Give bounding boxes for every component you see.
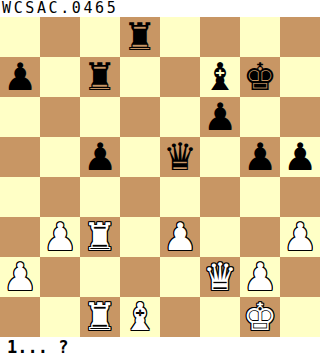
- white-bishop-d1: ♝: [123, 297, 157, 337]
- square-a4[interactable]: [0, 177, 40, 217]
- square-d8[interactable]: ♜: [120, 17, 160, 57]
- square-h4[interactable]: [280, 177, 320, 217]
- square-a1[interactable]: [0, 297, 40, 337]
- puzzle-id: WCSAC.0465: [0, 0, 320, 17]
- black-king-g7: ♚: [243, 57, 277, 97]
- square-c7[interactable]: ♜: [80, 57, 120, 97]
- black-pawn-c5: ♟: [83, 137, 117, 177]
- square-a2[interactable]: ♟: [0, 257, 40, 297]
- square-e7[interactable]: [160, 57, 200, 97]
- square-a5[interactable]: [0, 137, 40, 177]
- square-c6[interactable]: [80, 97, 120, 137]
- square-g2[interactable]: ♟: [240, 257, 280, 297]
- square-f8[interactable]: [200, 17, 240, 57]
- square-f7[interactable]: ♝: [200, 57, 240, 97]
- square-g1[interactable]: ♚: [240, 297, 280, 337]
- white-pawn-a2: ♟: [3, 257, 37, 297]
- chess-puzzle-app: WCSAC.0465 ♜♟♜♝♚♟♟♛♟♟♟♜♟♟♟♛♟♜♝♚ 1... ?: [0, 0, 320, 360]
- square-e8[interactable]: [160, 17, 200, 57]
- square-e1[interactable]: [160, 297, 200, 337]
- black-pawn-g5: ♟: [243, 137, 277, 177]
- square-d7[interactable]: [120, 57, 160, 97]
- square-c1[interactable]: ♜: [80, 297, 120, 337]
- square-g3[interactable]: [240, 217, 280, 257]
- square-h6[interactable]: [280, 97, 320, 137]
- move-prompt: 1... ?: [0, 337, 320, 360]
- square-f3[interactable]: [200, 217, 240, 257]
- square-e5[interactable]: ♛: [160, 137, 200, 177]
- black-bishop-f7: ♝: [203, 57, 237, 97]
- square-b8[interactable]: [40, 17, 80, 57]
- square-h7[interactable]: [280, 57, 320, 97]
- square-c4[interactable]: [80, 177, 120, 217]
- square-a3[interactable]: [0, 217, 40, 257]
- square-d4[interactable]: [120, 177, 160, 217]
- square-f2[interactable]: ♛: [200, 257, 240, 297]
- square-h5[interactable]: ♟: [280, 137, 320, 177]
- white-queen-f2: ♛: [203, 257, 237, 297]
- square-d5[interactable]: [120, 137, 160, 177]
- black-rook-c7: ♜: [83, 57, 117, 97]
- white-pawn-g2: ♟: [243, 257, 277, 297]
- square-f4[interactable]: [200, 177, 240, 217]
- square-h3[interactable]: ♟: [280, 217, 320, 257]
- square-a7[interactable]: ♟: [0, 57, 40, 97]
- black-pawn-f6: ♟: [203, 97, 237, 137]
- square-e3[interactable]: ♟: [160, 217, 200, 257]
- square-b3[interactable]: ♟: [40, 217, 80, 257]
- square-d3[interactable]: [120, 217, 160, 257]
- black-pawn-a7: ♟: [3, 57, 37, 97]
- square-b4[interactable]: [40, 177, 80, 217]
- square-a6[interactable]: [0, 97, 40, 137]
- square-b5[interactable]: [40, 137, 80, 177]
- square-h1[interactable]: [280, 297, 320, 337]
- black-queen-e5: ♛: [163, 137, 197, 177]
- square-b7[interactable]: [40, 57, 80, 97]
- square-f1[interactable]: [200, 297, 240, 337]
- square-d2[interactable]: [120, 257, 160, 297]
- square-e4[interactable]: [160, 177, 200, 217]
- square-d1[interactable]: ♝: [120, 297, 160, 337]
- square-c8[interactable]: [80, 17, 120, 57]
- square-b2[interactable]: [40, 257, 80, 297]
- square-h2[interactable]: [280, 257, 320, 297]
- square-c5[interactable]: ♟: [80, 137, 120, 177]
- white-pawn-h3: ♟: [283, 217, 317, 257]
- white-pawn-b3: ♟: [43, 217, 77, 257]
- square-b6[interactable]: [40, 97, 80, 137]
- square-g6[interactable]: [240, 97, 280, 137]
- square-f5[interactable]: [200, 137, 240, 177]
- square-d6[interactable]: [120, 97, 160, 137]
- square-a8[interactable]: [0, 17, 40, 57]
- square-g8[interactable]: [240, 17, 280, 57]
- square-c3[interactable]: ♜: [80, 217, 120, 257]
- white-pawn-e3: ♟: [163, 217, 197, 257]
- chess-board: ♜♟♜♝♚♟♟♛♟♟♟♜♟♟♟♛♟♜♝♚: [0, 17, 320, 337]
- white-rook-c1: ♜: [83, 297, 117, 337]
- square-g5[interactable]: ♟: [240, 137, 280, 177]
- black-pawn-h5: ♟: [283, 137, 317, 177]
- square-f6[interactable]: ♟: [200, 97, 240, 137]
- square-b1[interactable]: [40, 297, 80, 337]
- square-e2[interactable]: [160, 257, 200, 297]
- black-rook-d8: ♜: [123, 17, 157, 57]
- square-g4[interactable]: [240, 177, 280, 217]
- square-c2[interactable]: [80, 257, 120, 297]
- square-e6[interactable]: [160, 97, 200, 137]
- white-rook-c3: ♜: [83, 217, 117, 257]
- square-g7[interactable]: ♚: [240, 57, 280, 97]
- square-h8[interactable]: [280, 17, 320, 57]
- white-king-g1: ♚: [243, 297, 277, 337]
